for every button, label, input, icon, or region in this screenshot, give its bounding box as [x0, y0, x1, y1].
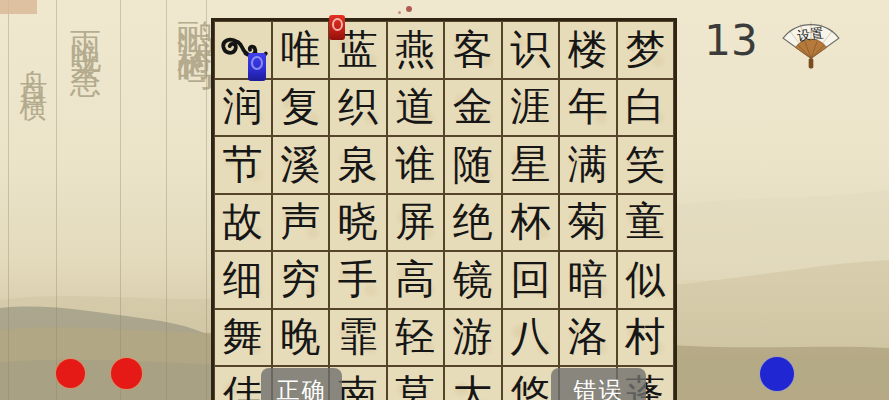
board-cell-r6c1[interactable]: 舞 — [214, 309, 272, 367]
ink-stain — [406, 6, 412, 12]
board-cell-r5c1[interactable]: 细 — [214, 251, 272, 309]
board-cell-r4c6[interactable]: 杯 — [502, 194, 560, 252]
red-token-dot[interactable] — [56, 359, 85, 388]
board-cell-r6c7[interactable]: 洛 — [559, 309, 617, 367]
board-cell-r5c8[interactable]: 似 — [617, 251, 675, 309]
board-cell-r5c6[interactable]: 回 — [502, 251, 560, 309]
board-cell-r1c4[interactable]: 燕 — [387, 21, 445, 79]
board-cell-r3c1[interactable]: 节 — [214, 136, 272, 194]
board-cell-r4c8[interactable]: 童 — [617, 194, 675, 252]
board-cell-r6c3[interactable]: 霏 — [329, 309, 387, 367]
board-cell-r1c6[interactable]: 识 — [502, 21, 560, 79]
calligraphy-column: 舟自横 — [14, 46, 52, 82]
board-cell-r2c3[interactable]: 织 — [329, 79, 387, 137]
board-cell-r3c7[interactable]: 满 — [559, 136, 617, 194]
board-cell-r4c4[interactable]: 屏 — [387, 194, 445, 252]
board-cell-r4c7[interactable]: 菊 — [559, 194, 617, 252]
board-cell-r7c4[interactable]: 莫 — [387, 366, 445, 400]
board-cell-r3c3[interactable]: 泉 — [329, 136, 387, 194]
correct-button[interactable]: 正确 — [261, 368, 342, 400]
settings-fan-button[interactable]: 设置 — [772, 18, 850, 80]
background-calligraphy: 鹂深树鸣 雨晚来急 舟自横 — [0, 0, 212, 400]
red-piece-marking — [332, 18, 343, 31]
board-cell-r6c6[interactable]: 八 — [502, 309, 560, 367]
red-token-dot[interactable] — [111, 358, 142, 389]
board-cell-r6c4[interactable]: 轻 — [387, 309, 445, 367]
board-cell-r1c5[interactable]: 客 — [444, 21, 502, 79]
board-cell-r4c3[interactable]: 晓 — [329, 194, 387, 252]
blue-player-piece[interactable] — [248, 53, 266, 81]
board-cell-r2c6[interactable]: 涯 — [502, 79, 560, 137]
board-cell-r4c5[interactable]: 绝 — [444, 194, 502, 252]
game-screen: 鹂深树鸣 雨晚来急 舟自横 唯蓝燕客识楼梦润复织道金涯年白节溪泉谁随星满笑故声晓… — [0, 0, 889, 400]
board-cell-r4c2[interactable]: 声 — [272, 194, 330, 252]
board-cell-r1c2[interactable]: 唯 — [272, 21, 330, 79]
board-cell-r2c8[interactable]: 白 — [617, 79, 675, 137]
board-cell-r5c3[interactable]: 手 — [329, 251, 387, 309]
board-cell-r2c7[interactable]: 年 — [559, 79, 617, 137]
board-cell-r5c7[interactable]: 暗 — [559, 251, 617, 309]
board-cell-r6c2[interactable]: 晚 — [272, 309, 330, 367]
board-cell-r1c7[interactable]: 楼 — [559, 21, 617, 79]
ink-stain — [398, 11, 401, 14]
board-cell-r7c5[interactable]: 大 — [444, 366, 502, 400]
board-cell-r3c2[interactable]: 溪 — [272, 136, 330, 194]
score-counter: 13 — [703, 16, 759, 65]
blue-token-dot[interactable] — [760, 357, 794, 391]
board-cell-r3c4[interactable]: 谁 — [387, 136, 445, 194]
board-cell-r3c5[interactable]: 随 — [444, 136, 502, 194]
character-board: 唯蓝燕客识楼梦润复织道金涯年白节溪泉谁随星满笑故声晓屏绝杯菊童细穷手高镜回暗似舞… — [211, 18, 677, 400]
red-player-piece[interactable] — [329, 15, 345, 40]
board-cell-r4c1[interactable]: 故 — [214, 194, 272, 252]
board-cell-r2c4[interactable]: 道 — [387, 79, 445, 137]
board-cell-r2c2[interactable]: 复 — [272, 79, 330, 137]
calligraphy-column: 雨晚来急 — [64, 6, 106, 54]
board-cell-r6c5[interactable]: 游 — [444, 309, 502, 367]
board-cell-r2c1[interactable]: 润 — [214, 79, 272, 137]
board-cell-r3c6[interactable]: 星 — [502, 136, 560, 194]
board-cell-r3c8[interactable]: 笑 — [617, 136, 675, 194]
board-cell-r2c5[interactable]: 金 — [444, 79, 502, 137]
board-cell-r5c5[interactable]: 镜 — [444, 251, 502, 309]
board-cell-r6c8[interactable]: 村 — [617, 309, 675, 367]
board-cell-r5c4[interactable]: 高 — [387, 251, 445, 309]
board-cell-r1c8[interactable]: 梦 — [617, 21, 675, 79]
wrong-button[interactable]: 错误 — [551, 368, 646, 400]
seal-remnant — [0, 0, 37, 14]
blue-piece-marking — [251, 56, 263, 70]
board-cell-r5c2[interactable]: 穷 — [272, 251, 330, 309]
